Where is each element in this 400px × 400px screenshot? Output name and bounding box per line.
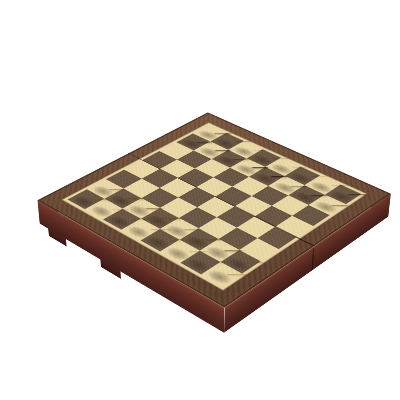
box-foot-right bbox=[100, 260, 120, 279]
square-h7: ♟ bbox=[309, 195, 346, 215]
board-frame: ♜♞♝♛♚♝♞♜♟♟♟♟♟♟♟♟♟♟♟♟♟♟♟♟♜♞♝♛♚♝♞♜ bbox=[38, 113, 391, 308]
product-photo-scene: ♜♞♝♛♚♝♞♜♟♟♟♟♟♟♟♟♟♟♟♟♟♟♟♟♜♞♝♛♚♝♞♜ bbox=[0, 0, 400, 400]
chess-set-box: ♜♞♝♛♚♝♞♜♟♟♟♟♟♟♟♟♟♟♟♟♟♟♟♟♜♞♝♛♚♝♞♜ bbox=[38, 113, 391, 308]
square-h1: ♜ bbox=[201, 262, 242, 287]
box-foot-left bbox=[48, 228, 67, 246]
